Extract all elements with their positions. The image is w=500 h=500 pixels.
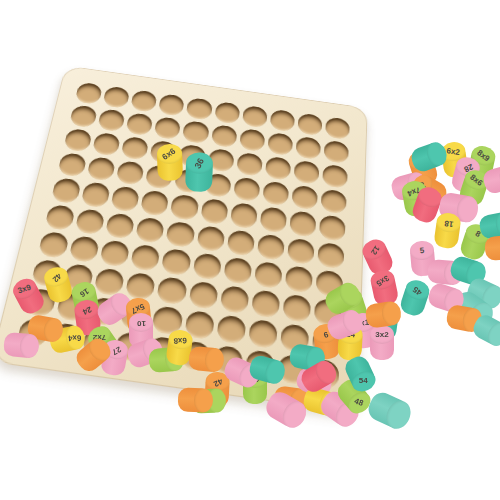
peg-label: 10: [137, 319, 146, 327]
hole-r7c8[interactable]: [254, 260, 283, 288]
hole-r5c1[interactable]: [51, 178, 82, 204]
peg-label: 3x9: [17, 283, 32, 295]
hole-r3c7[interactable]: [236, 152, 263, 177]
peg-36-placed[interactable]: 36: [185, 152, 214, 200]
peg-label: 18: [444, 218, 454, 227]
hole-r6c3[interactable]: [105, 212, 136, 239]
hole-r8c5[interactable]: [157, 276, 188, 305]
hole-r4c9[interactable]: [291, 185, 318, 211]
peg-6x6-placed[interactable]: 6x6: [157, 144, 184, 189]
hole-r2c7[interactable]: [239, 128, 266, 152]
hole-r3c10[interactable]: [322, 164, 348, 189]
hole-r4c1[interactable]: [57, 152, 87, 177]
hole-r1c5[interactable]: [186, 97, 213, 120]
multiplication-board-scene: 3x94216245x7106x47x2276x842409486x28x928…: [0, 0, 500, 500]
peg-top-face: [194, 388, 214, 413]
hole-r6c7[interactable]: [226, 229, 255, 256]
hole-r3c2[interactable]: [92, 132, 121, 157]
hole-r3c8[interactable]: [264, 156, 291, 181]
peg-top-face: [19, 333, 40, 359]
hole-r8c4[interactable]: [125, 272, 156, 301]
hole-r5c10[interactable]: [319, 215, 346, 242]
hole-r2c4[interactable]: [154, 116, 182, 140]
peg-label: 42: [212, 376, 224, 387]
hole-r4c10[interactable]: [320, 189, 346, 215]
hole-r4c2[interactable]: [86, 156, 116, 181]
peg-blank[interactable]: [0, 331, 40, 359]
hole-r4c8[interactable]: [262, 181, 289, 207]
peg-label: 3x5: [375, 273, 391, 287]
hole-r1c9[interactable]: [297, 113, 322, 137]
peg-label: 6x6: [161, 147, 177, 162]
hole-r1c6[interactable]: [214, 101, 241, 124]
hole-r6c2[interactable]: [75, 208, 106, 235]
hole-r5c7[interactable]: [229, 202, 257, 229]
hole-r9c8[interactable]: [248, 318, 278, 348]
hole-r5c9[interactable]: [289, 211, 316, 238]
hole-r6c1[interactable]: [44, 204, 75, 231]
peg-blank[interactable]: [477, 234, 500, 262]
hole-r5c8[interactable]: [259, 206, 287, 233]
hole-r1c1[interactable]: [75, 82, 104, 105]
hole-r2c1[interactable]: [69, 105, 98, 129]
hole-r7c2[interactable]: [69, 235, 101, 263]
hole-r3c9[interactable]: [293, 160, 319, 185]
hole-r8c6[interactable]: [188, 280, 218, 309]
hole-r7c3[interactable]: [99, 239, 130, 267]
hole-r3c3[interactable]: [121, 136, 150, 161]
hole-r4c3[interactable]: [116, 161, 145, 186]
hole-r1c3[interactable]: [130, 90, 158, 113]
hole-r6c6[interactable]: [196, 225, 225, 252]
hole-r7c5[interactable]: [161, 248, 191, 276]
peg-blank[interactable]: [171, 387, 214, 412]
peg-top-face: 10: [129, 313, 153, 332]
peg-side: [484, 235, 500, 261]
hole-r2c6[interactable]: [210, 124, 237, 148]
hole-r6c10[interactable]: [317, 241, 344, 269]
hole-r6c4[interactable]: [135, 216, 165, 243]
hole-r1c7[interactable]: [241, 105, 267, 128]
hole-r1c8[interactable]: [269, 109, 295, 132]
hole-r2c9[interactable]: [295, 136, 321, 160]
peg-blank[interactable]: [357, 385, 415, 432]
hole-r1c2[interactable]: [102, 86, 130, 109]
peg-label: 42: [50, 271, 62, 283]
peg-label: 3x2: [375, 331, 388, 339]
peg-label: 6x4: [68, 333, 82, 341]
hole-r5c6[interactable]: [200, 198, 229, 224]
hole-r5c3[interactable]: [110, 186, 140, 212]
hole-r6c8[interactable]: [257, 233, 285, 260]
peg-label: 36: [193, 157, 206, 170]
hole-r7c6[interactable]: [192, 252, 222, 280]
hole-r6c9[interactable]: [287, 237, 315, 265]
hole-r6c5[interactable]: [166, 220, 196, 247]
hole-r2c8[interactable]: [267, 132, 293, 156]
hole-r5c4[interactable]: [140, 190, 169, 216]
hole-r7c1[interactable]: [38, 231, 70, 259]
peg-label: 6x8: [174, 335, 188, 343]
peg-label: 54: [359, 377, 368, 385]
hole-r8c7[interactable]: [219, 285, 249, 314]
hole-r3c1[interactable]: [63, 128, 93, 153]
hole-r8c9[interactable]: [282, 293, 311, 322]
hole-r1c4[interactable]: [158, 93, 185, 116]
hole-r2c2[interactable]: [97, 109, 126, 133]
hole-r2c10[interactable]: [323, 140, 348, 164]
hole-r4c7[interactable]: [233, 177, 261, 203]
peg-3x2[interactable]: 3x2: [370, 325, 394, 367]
peg-label: 16: [78, 286, 90, 298]
peg-label: 5: [419, 246, 424, 254]
hole-r7c4[interactable]: [130, 243, 161, 271]
hole-r9c7[interactable]: [216, 314, 246, 344]
hole-r7c9[interactable]: [285, 265, 313, 293]
hole-r5c2[interactable]: [81, 182, 111, 208]
hole-r2c5[interactable]: [182, 120, 209, 144]
hole-r7c7[interactable]: [223, 256, 252, 284]
peg-18[interactable]: 18: [432, 212, 462, 257]
hole-r2c3[interactable]: [125, 112, 153, 136]
hole-r8c8[interactable]: [251, 289, 280, 318]
hole-r1c10[interactable]: [325, 117, 350, 141]
peg-label: 12: [368, 244, 380, 256]
